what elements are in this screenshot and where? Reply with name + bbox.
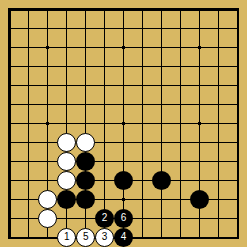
move-number-label: 1 [64, 232, 70, 242]
white-stone [38, 209, 57, 228]
grid-line-vertical [218, 10, 219, 237]
star-point [198, 46, 201, 49]
star-point [46, 46, 49, 49]
star-point [122, 198, 125, 201]
black-stone [76, 171, 95, 190]
move-1-white-stone: 1 [57, 228, 76, 247]
black-stone [114, 171, 133, 190]
go-board: 261534 [0, 0, 247, 247]
move-5-white-stone: 5 [76, 228, 95, 247]
move-number-label: 4 [121, 232, 127, 242]
white-stone [38, 190, 57, 209]
move-number-label: 6 [121, 213, 127, 223]
grid-line-vertical [161, 10, 162, 237]
grid-line-vertical [142, 10, 143, 237]
white-stone [57, 171, 76, 190]
black-stone [190, 190, 209, 209]
grid-line-horizontal [10, 142, 237, 143]
move-6-black-stone: 6 [114, 209, 133, 228]
black-stone [76, 190, 95, 209]
grid-line-vertical [180, 10, 181, 237]
star-point [198, 122, 201, 125]
star-point [46, 122, 49, 125]
move-2-black-stone: 2 [95, 209, 114, 228]
white-stone [76, 133, 95, 152]
move-3-white-stone: 3 [95, 228, 114, 247]
grid-line-vertical [237, 10, 238, 237]
move-number-label: 2 [102, 213, 108, 223]
black-stone [76, 152, 95, 171]
move-number-label: 5 [83, 232, 89, 242]
star-point [122, 46, 125, 49]
star-point [122, 122, 125, 125]
move-4-black-stone: 4 [114, 228, 133, 247]
black-stone [57, 190, 76, 209]
black-stone [152, 171, 171, 190]
move-number-label: 3 [102, 232, 108, 242]
white-stone [57, 152, 76, 171]
grid-line-horizontal [10, 161, 237, 162]
go-diagram-page: 261534 [0, 0, 247, 247]
